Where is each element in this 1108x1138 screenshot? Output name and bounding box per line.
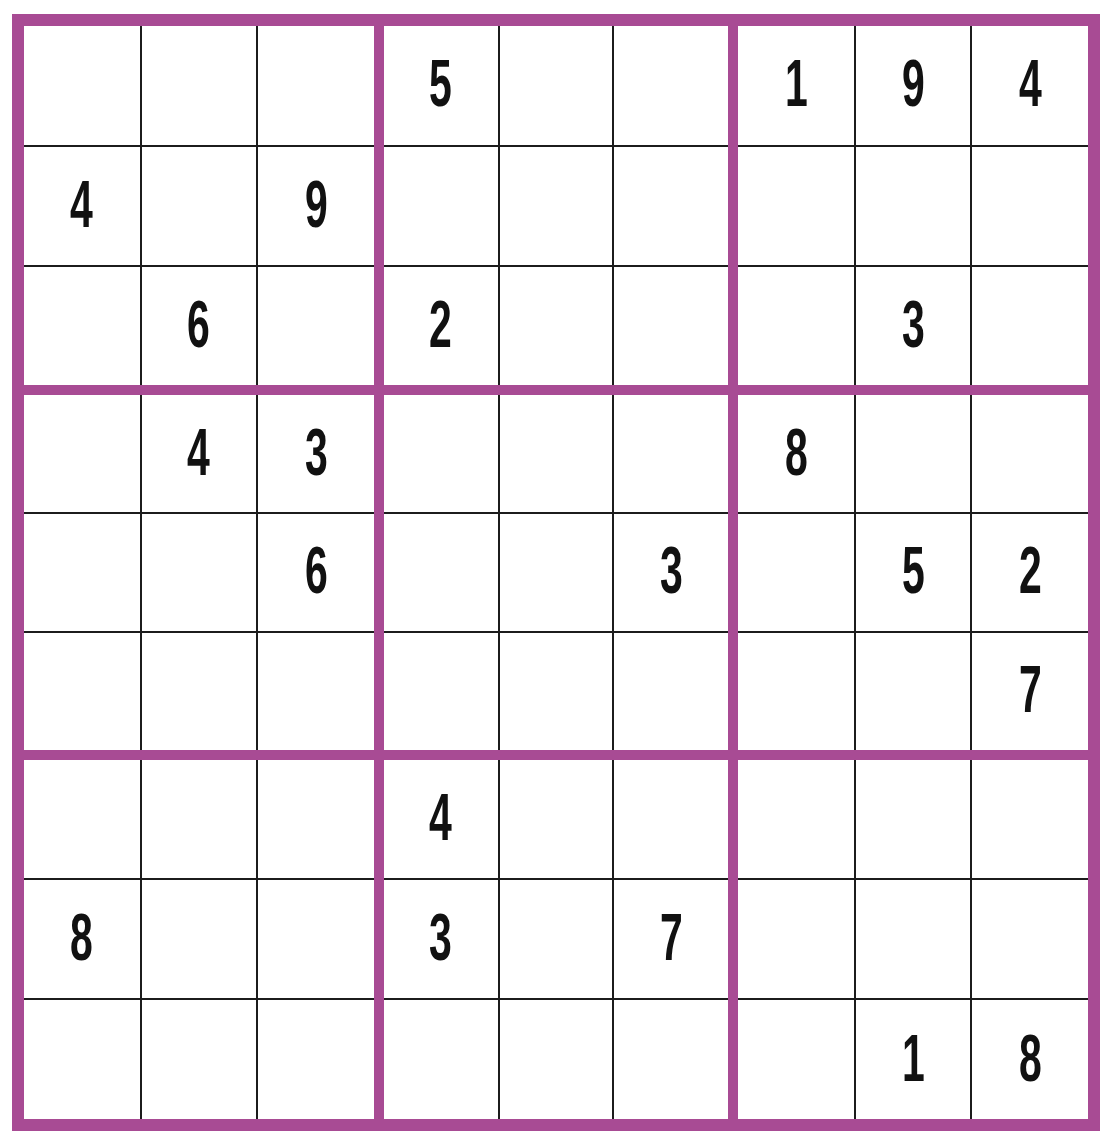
given-digit: 7	[1019, 656, 1042, 726]
cell-r9c2-empty[interactable]	[141, 999, 258, 1119]
cell-r6c9-given[interactable]: 7	[971, 632, 1088, 750]
cell-r6c2-empty[interactable]	[141, 632, 258, 750]
cell-r8c3-empty[interactable]	[257, 879, 374, 999]
cell-r2c4-empty[interactable]	[384, 146, 499, 266]
cell-r3c1-empty[interactable]	[24, 266, 141, 386]
given-digit: 2	[1019, 537, 1042, 607]
cell-r3c2-given[interactable]: 6	[141, 266, 258, 386]
cell-r2c3-given[interactable]: 9	[257, 146, 374, 266]
cell-r4c9-empty[interactable]	[971, 395, 1088, 513]
cell-r2c7-empty[interactable]	[738, 146, 855, 266]
given-digit: 7	[660, 904, 683, 974]
sudoku-box-3: 1943	[733, 26, 1088, 390]
cell-r8c1-given[interactable]: 8	[24, 879, 141, 999]
sudoku-box-5: 3	[379, 390, 734, 754]
cell-r8c8-empty[interactable]	[855, 879, 972, 999]
cell-r1c6-empty[interactable]	[613, 26, 728, 146]
cell-r4c2-given[interactable]: 4	[141, 395, 258, 513]
cell-r1c4-given[interactable]: 5	[384, 26, 499, 146]
given-digit: 3	[902, 291, 925, 361]
cell-r5c2-empty[interactable]	[141, 513, 258, 631]
cell-r1c1-empty[interactable]	[24, 26, 141, 146]
cell-r7c8-empty[interactable]	[855, 760, 972, 880]
cell-r8c5-empty[interactable]	[499, 879, 614, 999]
given-digit: 8	[785, 419, 808, 489]
sudoku-board: 49652194343638527843718	[12, 14, 1100, 1131]
cell-r5c4-empty[interactable]	[384, 513, 499, 631]
cell-r4c4-empty[interactable]	[384, 395, 499, 513]
cell-r9c1-empty[interactable]	[24, 999, 141, 1119]
cell-r5c1-empty[interactable]	[24, 513, 141, 631]
cell-r1c3-empty[interactable]	[257, 26, 374, 146]
given-digit: 9	[902, 50, 925, 120]
cell-r5c3-given[interactable]: 6	[257, 513, 374, 631]
cell-r7c2-empty[interactable]	[141, 760, 258, 880]
cell-r4c6-empty[interactable]	[613, 395, 728, 513]
cell-r9c4-empty[interactable]	[384, 999, 499, 1119]
cell-r4c8-empty[interactable]	[855, 395, 972, 513]
given-digit: 3	[660, 537, 683, 607]
cell-r8c2-empty[interactable]	[141, 879, 258, 999]
cell-r3c4-given[interactable]: 2	[384, 266, 499, 386]
cell-r7c3-empty[interactable]	[257, 760, 374, 880]
cell-r8c4-given[interactable]: 3	[384, 879, 499, 999]
sudoku-box-6: 8527	[733, 390, 1088, 754]
cell-r1c2-empty[interactable]	[141, 26, 258, 146]
cell-r3c3-empty[interactable]	[257, 266, 374, 386]
cell-r5c9-given[interactable]: 2	[971, 513, 1088, 631]
given-digit: 1	[902, 1025, 925, 1095]
sudoku-box-4: 436	[24, 390, 379, 754]
cell-r6c4-empty[interactable]	[384, 632, 499, 750]
cell-r4c1-empty[interactable]	[24, 395, 141, 513]
sudoku-box-9: 18	[733, 755, 1088, 1119]
cell-r9c7-empty[interactable]	[738, 999, 855, 1119]
cell-r7c1-empty[interactable]	[24, 760, 141, 880]
given-digit: 4	[187, 419, 210, 489]
given-digit: 1	[785, 50, 808, 120]
cell-r1c8-given[interactable]: 9	[855, 26, 972, 146]
cell-r3c9-empty[interactable]	[971, 266, 1088, 386]
cell-r1c9-given[interactable]: 4	[971, 26, 1088, 146]
cell-r2c2-empty[interactable]	[141, 146, 258, 266]
given-digit: 4	[1019, 50, 1042, 120]
given-digit: 5	[429, 50, 452, 120]
cell-r3c5-empty[interactable]	[499, 266, 614, 386]
cell-r7c9-empty[interactable]	[971, 760, 1088, 880]
cell-r1c7-given[interactable]: 1	[738, 26, 855, 146]
cell-r2c9-empty[interactable]	[971, 146, 1088, 266]
cell-r9c5-empty[interactable]	[499, 999, 614, 1119]
cell-r8c7-empty[interactable]	[738, 879, 855, 999]
sudoku-box-8: 437	[379, 755, 734, 1119]
cell-r9c9-given[interactable]: 8	[971, 999, 1088, 1119]
cell-r6c8-empty[interactable]	[855, 632, 972, 750]
sudoku-box-2: 52	[379, 26, 734, 390]
cell-r2c5-empty[interactable]	[499, 146, 614, 266]
cell-r8c9-empty[interactable]	[971, 879, 1088, 999]
cell-r5c6-given[interactable]: 3	[613, 513, 728, 631]
given-digit: 3	[304, 419, 327, 489]
cell-r7c4-given[interactable]: 4	[384, 760, 499, 880]
given-digit: 6	[187, 291, 210, 361]
given-digit: 4	[429, 784, 452, 854]
cell-r5c5-empty[interactable]	[499, 513, 614, 631]
cell-r2c6-empty[interactable]	[613, 146, 728, 266]
cell-r6c7-empty[interactable]	[738, 632, 855, 750]
given-digit: 2	[429, 291, 452, 361]
cell-r5c8-given[interactable]: 5	[855, 513, 972, 631]
cell-r7c7-empty[interactable]	[738, 760, 855, 880]
cell-r2c1-given[interactable]: 4	[24, 146, 141, 266]
cell-r3c6-empty[interactable]	[613, 266, 728, 386]
sudoku-box-7: 8	[24, 755, 379, 1119]
cell-r1c5-empty[interactable]	[499, 26, 614, 146]
given-digit: 6	[304, 537, 327, 607]
given-digit: 8	[70, 904, 93, 974]
given-digit: 8	[1019, 1025, 1042, 1095]
cell-r7c5-empty[interactable]	[499, 760, 614, 880]
cell-r7c6-empty[interactable]	[613, 760, 728, 880]
given-digit: 4	[70, 171, 93, 241]
cell-r6c3-empty[interactable]	[257, 632, 374, 750]
sudoku-box-1: 496	[24, 26, 379, 390]
cell-r4c7-given[interactable]: 8	[738, 395, 855, 513]
cell-r6c1-empty[interactable]	[24, 632, 141, 750]
cell-r9c6-empty[interactable]	[613, 999, 728, 1119]
given-digit: 5	[902, 537, 925, 607]
cell-r9c8-given[interactable]: 1	[855, 999, 972, 1119]
cell-r5c7-empty[interactable]	[738, 513, 855, 631]
cell-r3c7-empty[interactable]	[738, 266, 855, 386]
cell-r6c6-empty[interactable]	[613, 632, 728, 750]
cell-r2c8-empty[interactable]	[855, 146, 972, 266]
given-digit: 3	[429, 904, 452, 974]
cell-r8c6-given[interactable]: 7	[613, 879, 728, 999]
cell-r4c3-given[interactable]: 3	[257, 395, 374, 513]
cell-r6c5-empty[interactable]	[499, 632, 614, 750]
given-digit: 9	[304, 171, 327, 241]
cell-r9c3-empty[interactable]	[257, 999, 374, 1119]
cell-r3c8-given[interactable]: 3	[855, 266, 972, 386]
cell-r4c5-empty[interactable]	[499, 395, 614, 513]
